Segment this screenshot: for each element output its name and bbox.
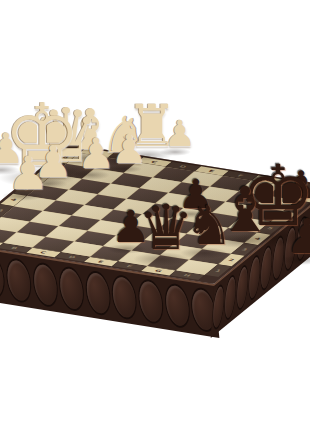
- carved-circle-ornament: [308, 205, 310, 253]
- carved-circle-ornament: [296, 214, 308, 262]
- carved-circle-ornament: [111, 276, 137, 320]
- carved-circle-ornament: [224, 273, 236, 321]
- carved-circle-ornament: [138, 280, 164, 324]
- piece-white-pawn: ♟: [0, 128, 27, 170]
- carved-circle-ornament: [0, 255, 5, 299]
- carved-circle-ornament: [248, 254, 260, 302]
- carved-circle-ornament: [212, 283, 224, 331]
- carved-circle-ornament: [272, 234, 284, 282]
- carved-circle-ornament: [236, 263, 248, 311]
- piece-shadow: [159, 148, 191, 156]
- carved-circle-ornament: [32, 263, 58, 307]
- carved-circle-ornament: [260, 244, 272, 292]
- piece-white-rook: ♜: [123, 97, 181, 155]
- piece-white-pawn: ♟: [162, 116, 198, 152]
- carved-circle-ornament: [164, 284, 190, 328]
- carved-circle-ornament: [58, 267, 84, 311]
- carved-circle-ornament: [85, 271, 111, 315]
- carved-circle-ornament: [6, 259, 32, 303]
- chess-set-photo: ABCDEFGH ABCDEFGH 87654321 87654321 ♟♜♝♞…: [0, 0, 310, 430]
- piece-shadow: [0, 165, 20, 174]
- carved-circle-ornament: [284, 224, 296, 272]
